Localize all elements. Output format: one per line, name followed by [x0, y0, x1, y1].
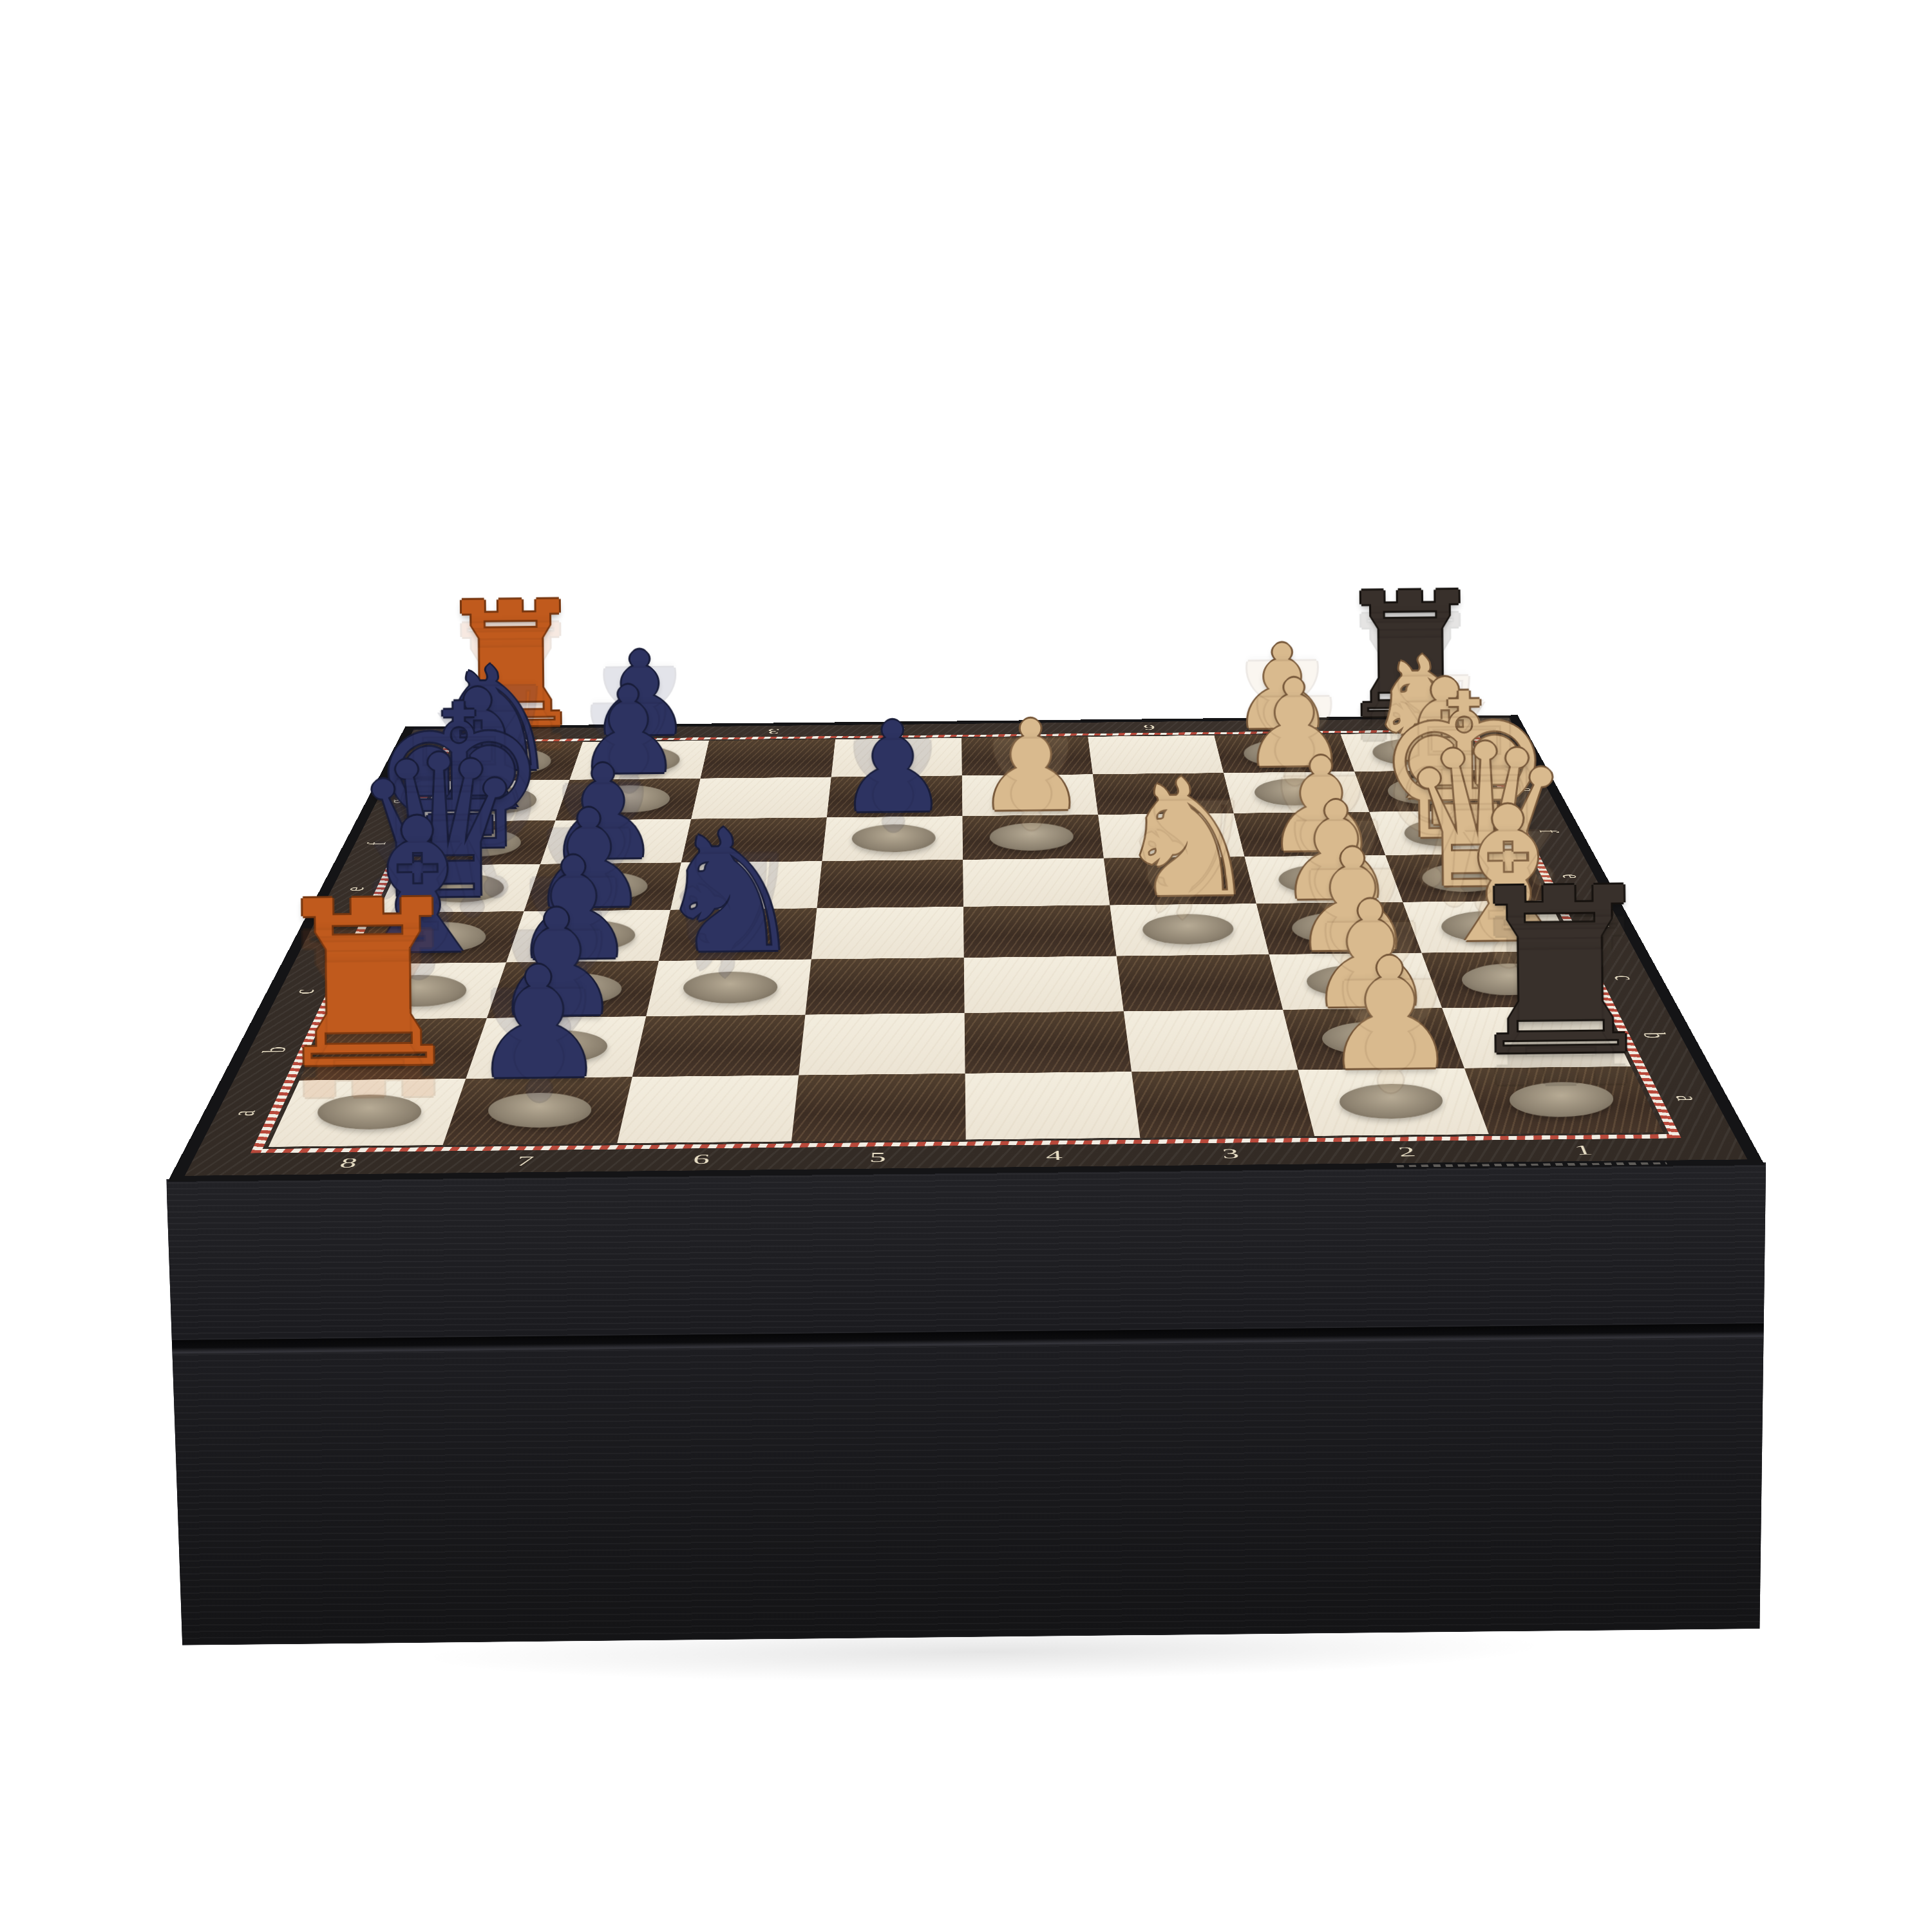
rank-label-front-4: 4 — [966, 1144, 1144, 1167]
rank-label-front-5: 5 — [788, 1146, 966, 1169]
rank-label-front-8: 8 — [256, 1151, 440, 1174]
square-b5[interactable] — [799, 1013, 965, 1075]
box-base — [168, 1338, 1771, 1645]
rank-label-front-6: 6 — [611, 1148, 790, 1171]
square-a5[interactable] — [791, 1074, 966, 1142]
chess-set-scene: 87654321 87654321 hgfedcba hgfedcba ♜♜♝♝… — [0, 0, 1932, 1932]
rank-label-front-7: 7 — [433, 1150, 616, 1173]
board-box-front-face — [166, 1162, 1770, 1645]
square-c4[interactable] — [964, 956, 1124, 1013]
rank-label-front-1: 1 — [1491, 1139, 1676, 1162]
piece-reflection: ♟ — [431, 968, 647, 1116]
piece-reflection: ♜ — [1399, 885, 1722, 1106]
square-b4[interactable] — [965, 1011, 1132, 1073]
square-a4[interactable] — [965, 1072, 1141, 1139]
box-lid-edge — [166, 1162, 1767, 1340]
rank-label-front-2: 2 — [1316, 1140, 1499, 1163]
rank-label-front-3: 3 — [1141, 1142, 1321, 1165]
